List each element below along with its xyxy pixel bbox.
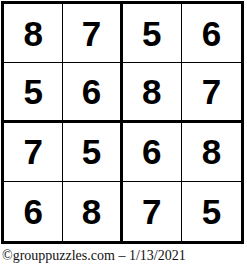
cell-r1c2: 7 (63, 4, 122, 63)
cell-r1c1: 8 (4, 4, 63, 63)
cell-r4c2: 8 (63, 182, 122, 241)
cell-r2c1: 5 (4, 63, 63, 122)
cell-r3c1: 7 (4, 123, 63, 182)
cell-r1c3: 5 (123, 4, 182, 63)
cell-r2c3: 8 (123, 63, 182, 122)
cell-r1c4: 6 (182, 4, 241, 63)
cell-r3c4: 8 (182, 123, 241, 182)
puzzle-page: 8756568775686875 ©grouppuzzles.com – 1/1… (0, 0, 247, 269)
copyright-credit: ©grouppuzzles.com – 1/13/2021 (2, 248, 186, 264)
sudoku-board: 8756568775686875 (1, 1, 244, 244)
cell-r4c4: 5 (182, 182, 241, 241)
cell-r2c2: 6 (63, 63, 122, 122)
cell-r4c3: 7 (123, 182, 182, 241)
cell-r4c1: 6 (4, 182, 63, 241)
cell-r3c3: 6 (123, 123, 182, 182)
cell-r3c2: 5 (63, 123, 122, 182)
cell-r2c4: 7 (182, 63, 241, 122)
